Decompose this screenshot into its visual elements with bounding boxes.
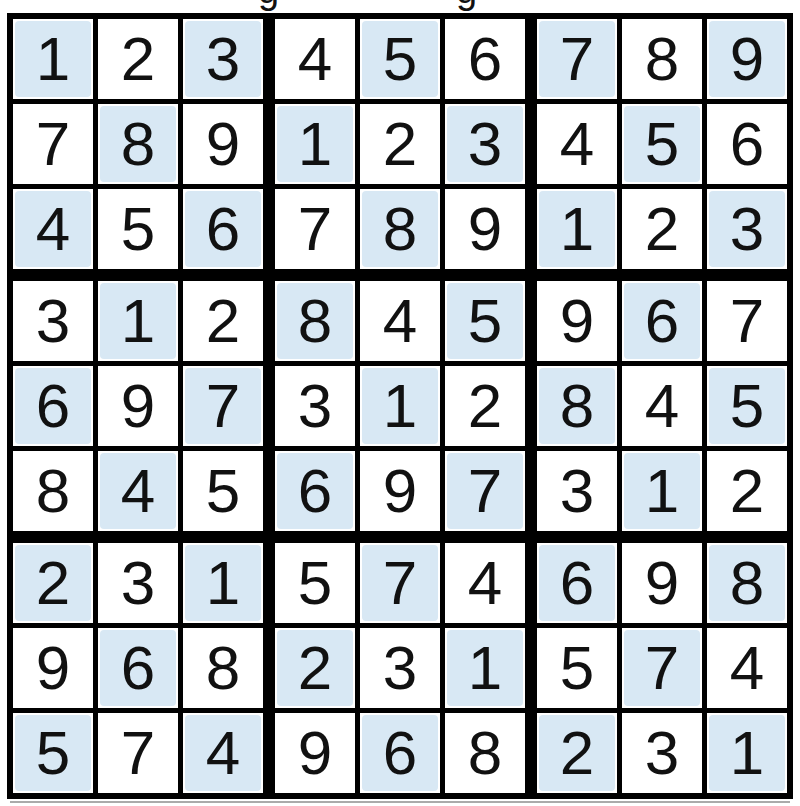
cell-r9c6[interactable]: 8 bbox=[445, 713, 525, 793]
cell-r6c9[interactable]: 2 bbox=[707, 451, 787, 531]
cell-value: 1 bbox=[185, 545, 261, 621]
cell-value: 4 bbox=[277, 21, 353, 97]
cell-r6c5[interactable]: 9 bbox=[360, 451, 440, 531]
cropped-next-grid-edge bbox=[10, 801, 790, 803]
cell-value: 6 bbox=[15, 368, 91, 444]
cell-r6c7[interactable]: 3 bbox=[537, 451, 617, 531]
cell-r2c4[interactable]: 1 bbox=[275, 104, 355, 184]
cell-r2c3[interactable]: 9 bbox=[183, 104, 263, 184]
cell-r4c2[interactable]: 1 bbox=[98, 281, 178, 361]
cell-value: 8 bbox=[15, 453, 91, 529]
cell-value: 9 bbox=[709, 21, 785, 97]
cell-r4c7[interactable]: 9 bbox=[537, 281, 617, 361]
cell-value: 9 bbox=[15, 630, 91, 706]
cell-value: 2 bbox=[624, 191, 700, 267]
cell-value: 1 bbox=[539, 191, 615, 267]
cell-r5c5[interactable]: 1 bbox=[360, 366, 440, 446]
cell-r9c2[interactable]: 7 bbox=[98, 713, 178, 793]
cell-value: 4 bbox=[100, 453, 176, 529]
cell-r9c5[interactable]: 6 bbox=[360, 713, 440, 793]
cell-value: 3 bbox=[15, 283, 91, 359]
cell-value: 6 bbox=[362, 715, 438, 791]
cell-r5c4[interactable]: 3 bbox=[275, 366, 355, 446]
cell-value: 2 bbox=[362, 106, 438, 182]
cell-value: 1 bbox=[709, 715, 785, 791]
cell-value: 6 bbox=[100, 630, 176, 706]
cell-r6c2[interactable]: 4 bbox=[98, 451, 178, 531]
cell-r8c7[interactable]: 5 bbox=[537, 628, 617, 708]
cell-r1c6[interactable]: 6 bbox=[445, 19, 525, 99]
cell-value: 3 bbox=[185, 21, 261, 97]
cell-value: 9 bbox=[539, 283, 615, 359]
cell-value: 2 bbox=[709, 453, 785, 529]
cell-value: 1 bbox=[447, 630, 523, 706]
cell-r8c3[interactable]: 8 bbox=[183, 628, 263, 708]
cell-r4c8[interactable]: 6 bbox=[622, 281, 702, 361]
cell-value: 6 bbox=[277, 453, 353, 529]
cell-r6c3[interactable]: 5 bbox=[183, 451, 263, 531]
cell-r9c4[interactable]: 9 bbox=[275, 713, 355, 793]
cell-value: 7 bbox=[447, 453, 523, 529]
cropped-title-fragment: g bbox=[258, 0, 279, 12]
cell-r7c7[interactable]: 6 bbox=[537, 543, 617, 623]
cell-r4c3[interactable]: 2 bbox=[183, 281, 263, 361]
cell-r8c5[interactable]: 3 bbox=[360, 628, 440, 708]
cell-value: 3 bbox=[709, 191, 785, 267]
cell-r1c3[interactable]: 3 bbox=[183, 19, 263, 99]
cell-r5c6[interactable]: 2 bbox=[445, 366, 525, 446]
cell-value: 1 bbox=[15, 21, 91, 97]
cell-value: 8 bbox=[539, 368, 615, 444]
cropped-title-fragment: g bbox=[456, 0, 477, 12]
cell-value: 9 bbox=[100, 368, 176, 444]
cell-r3c4[interactable]: 7 bbox=[275, 189, 355, 269]
cell-value: 4 bbox=[624, 368, 700, 444]
cell-value: 4 bbox=[362, 283, 438, 359]
cell-value: 9 bbox=[185, 106, 261, 182]
cell-value: 4 bbox=[447, 545, 523, 621]
cell-r8c4[interactable]: 2 bbox=[275, 628, 355, 708]
cell-value: 7 bbox=[362, 545, 438, 621]
cell-value: 6 bbox=[709, 106, 785, 182]
cell-r9c9[interactable]: 1 bbox=[707, 713, 787, 793]
cell-value: 1 bbox=[624, 453, 700, 529]
cell-r6c6[interactable]: 7 bbox=[445, 451, 525, 531]
cell-value: 3 bbox=[100, 545, 176, 621]
cell-r1c7[interactable]: 7 bbox=[537, 19, 617, 99]
cell-r3c6[interactable]: 9 bbox=[445, 189, 525, 269]
cell-r3c8[interactable]: 2 bbox=[622, 189, 702, 269]
cell-value: 8 bbox=[362, 191, 438, 267]
cell-r7c1[interactable]: 2 bbox=[13, 543, 93, 623]
cell-value: 7 bbox=[277, 191, 353, 267]
cell-r7c3[interactable]: 1 bbox=[183, 543, 263, 623]
cell-value: 8 bbox=[709, 545, 785, 621]
cell-value: 1 bbox=[277, 106, 353, 182]
cropped-title-strip: g g bbox=[0, 0, 800, 13]
cell-value: 9 bbox=[362, 453, 438, 529]
cell-value: 7 bbox=[100, 715, 176, 791]
cell-value: 4 bbox=[185, 715, 261, 791]
cell-value: 8 bbox=[447, 715, 523, 791]
cell-r2c7[interactable]: 4 bbox=[537, 104, 617, 184]
cell-r4c6[interactable]: 5 bbox=[445, 281, 525, 361]
cell-value: 2 bbox=[100, 21, 176, 97]
cell-value: 5 bbox=[709, 368, 785, 444]
cell-r8c2[interactable]: 6 bbox=[98, 628, 178, 708]
cell-r5c2[interactable]: 9 bbox=[98, 366, 178, 446]
cell-r5c8[interactable]: 4 bbox=[622, 366, 702, 446]
cell-value: 8 bbox=[100, 106, 176, 182]
cell-r1c4[interactable]: 4 bbox=[275, 19, 355, 99]
cell-r4c5[interactable]: 4 bbox=[360, 281, 440, 361]
cell-value: 8 bbox=[277, 283, 353, 359]
cell-r5c3[interactable]: 7 bbox=[183, 366, 263, 446]
cell-value: 7 bbox=[624, 630, 700, 706]
cell-r2c2[interactable]: 8 bbox=[98, 104, 178, 184]
cell-value: 2 bbox=[447, 368, 523, 444]
cell-r7c6[interactable]: 4 bbox=[445, 543, 525, 623]
cell-value: 5 bbox=[362, 21, 438, 97]
cell-r9c7[interactable]: 2 bbox=[537, 713, 617, 793]
cell-r7c8[interactable]: 9 bbox=[622, 543, 702, 623]
cell-r2c9[interactable]: 6 bbox=[707, 104, 787, 184]
cell-r6c8[interactable]: 1 bbox=[622, 451, 702, 531]
cell-value: 9 bbox=[277, 715, 353, 791]
cell-value: 8 bbox=[624, 21, 700, 97]
cell-r7c9[interactable]: 8 bbox=[707, 543, 787, 623]
cell-r4c1[interactable]: 3 bbox=[13, 281, 93, 361]
cell-value: 8 bbox=[185, 630, 261, 706]
cell-value: 2 bbox=[539, 715, 615, 791]
cell-r1c9[interactable]: 9 bbox=[707, 19, 787, 99]
cell-r3c2[interactable]: 5 bbox=[98, 189, 178, 269]
cell-value: 7 bbox=[185, 368, 261, 444]
cell-r3c1[interactable]: 4 bbox=[13, 189, 93, 269]
cell-r8c8[interactable]: 7 bbox=[622, 628, 702, 708]
cell-r3c9[interactable]: 3 bbox=[707, 189, 787, 269]
cell-r7c2[interactable]: 3 bbox=[98, 543, 178, 623]
sudoku-board: 1234567897891234564567891233128459676973… bbox=[7, 13, 793, 799]
cell-value: 9 bbox=[624, 545, 700, 621]
cell-value: 6 bbox=[447, 21, 523, 97]
cell-value: 7 bbox=[539, 21, 615, 97]
cell-value: 4 bbox=[709, 630, 785, 706]
cell-value: 4 bbox=[539, 106, 615, 182]
cell-r8c6[interactable]: 1 bbox=[445, 628, 525, 708]
cell-r4c9[interactable]: 7 bbox=[707, 281, 787, 361]
page: g g 123456789789123456456789123312845967… bbox=[0, 0, 800, 806]
cell-value: 5 bbox=[624, 106, 700, 182]
cell-value: 5 bbox=[277, 545, 353, 621]
cell-value: 2 bbox=[277, 630, 353, 706]
cell-r1c5[interactable]: 5 bbox=[360, 19, 440, 99]
cell-r2c6[interactable]: 3 bbox=[445, 104, 525, 184]
cell-r3c7[interactable]: 1 bbox=[537, 189, 617, 269]
cell-value: 3 bbox=[362, 630, 438, 706]
cell-value: 6 bbox=[624, 283, 700, 359]
cell-r2c5[interactable]: 2 bbox=[360, 104, 440, 184]
cell-r9c8[interactable]: 3 bbox=[622, 713, 702, 793]
cell-r3c5[interactable]: 8 bbox=[360, 189, 440, 269]
cell-r4c4[interactable]: 8 bbox=[275, 281, 355, 361]
cell-r7c5[interactable]: 7 bbox=[360, 543, 440, 623]
cell-value: 5 bbox=[539, 630, 615, 706]
cell-r1c2[interactable]: 2 bbox=[98, 19, 178, 99]
cell-value: 3 bbox=[447, 106, 523, 182]
cell-r6c1[interactable]: 8 bbox=[13, 451, 93, 531]
cell-r8c1[interactable]: 9 bbox=[13, 628, 93, 708]
cell-value: 5 bbox=[100, 191, 176, 267]
cell-value: 7 bbox=[709, 283, 785, 359]
cell-r5c1[interactable]: 6 bbox=[13, 366, 93, 446]
cell-r9c1[interactable]: 5 bbox=[13, 713, 93, 793]
cell-r1c8[interactable]: 8 bbox=[622, 19, 702, 99]
cell-value: 5 bbox=[185, 453, 261, 529]
cell-r6c4[interactable]: 6 bbox=[275, 451, 355, 531]
cell-value: 5 bbox=[447, 283, 523, 359]
cell-r7c4[interactable]: 5 bbox=[275, 543, 355, 623]
cell-value: 3 bbox=[277, 368, 353, 444]
cell-value: 2 bbox=[15, 545, 91, 621]
cell-r5c9[interactable]: 5 bbox=[707, 366, 787, 446]
cell-value: 3 bbox=[539, 453, 615, 529]
cell-value: 6 bbox=[185, 191, 261, 267]
cell-r8c9[interactable]: 4 bbox=[707, 628, 787, 708]
cell-value: 1 bbox=[362, 368, 438, 444]
cell-r5c7[interactable]: 8 bbox=[537, 366, 617, 446]
cell-value: 2 bbox=[185, 283, 261, 359]
cell-value: 6 bbox=[539, 545, 615, 621]
cell-value: 5 bbox=[15, 715, 91, 791]
cell-r1c1[interactable]: 1 bbox=[13, 19, 93, 99]
cell-r2c8[interactable]: 5 bbox=[622, 104, 702, 184]
cell-r3c3[interactable]: 6 bbox=[183, 189, 263, 269]
cell-value: 9 bbox=[447, 191, 523, 267]
cell-value: 7 bbox=[15, 106, 91, 182]
cell-r9c3[interactable]: 4 bbox=[183, 713, 263, 793]
cell-value: 3 bbox=[624, 715, 700, 791]
cell-value: 4 bbox=[15, 191, 91, 267]
cell-r2c1[interactable]: 7 bbox=[13, 104, 93, 184]
cell-value: 1 bbox=[100, 283, 176, 359]
